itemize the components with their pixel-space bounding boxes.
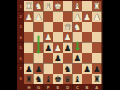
- piece-bP-b7[interactable]: ♟: [83, 63, 91, 73]
- square-h2[interactable]: ♟: [24, 11, 34, 21]
- square-h4[interactable]: [24, 32, 34, 42]
- file-label-d: D: [63, 84, 73, 90]
- engine-arrow-c5-head: [75, 48, 80, 51]
- square-a8[interactable]: ♜: [92, 74, 102, 84]
- piece-wP-c2[interactable]: ♟: [74, 11, 82, 21]
- square-g1[interactable]: ♞: [34, 1, 44, 11]
- square-d4[interactable]: ♟: [63, 32, 73, 42]
- rank-label-5: 5: [17, 43, 24, 53]
- file-label-h: H: [24, 84, 34, 90]
- square-h1[interactable]: ♜: [24, 1, 34, 11]
- square-f8[interactable]: ♝: [43, 74, 53, 84]
- square-b4[interactable]: [82, 32, 92, 42]
- piece-wP-f4[interactable]: ♟: [44, 32, 52, 42]
- square-h3[interactable]: [24, 22, 34, 32]
- square-c8[interactable]: ♝: [72, 74, 82, 84]
- piece-bK-e8[interactable]: ♚: [54, 74, 62, 84]
- rank-label-8: 8: [17, 74, 24, 84]
- square-b5[interactable]: [82, 43, 92, 53]
- square-d6[interactable]: [63, 53, 73, 63]
- piece-wP-g2[interactable]: ♟: [35, 11, 43, 21]
- chess-board: 1♜♞♝♚♝♜2♟♟♟♟♟3♛♞4♟♟5♟♟♟6♟♟7♟♟♞♟♟8♜♞♝♚♛♝♜…: [17, 0, 103, 90]
- engine-arrow-g-file-head: [36, 51, 41, 54]
- piece-bN-d7[interactable]: ♞: [64, 63, 72, 73]
- piece-bP-d5[interactable]: ♟: [64, 43, 72, 53]
- square-e7[interactable]: [53, 63, 63, 73]
- piece-wK-e1[interactable]: ♚: [54, 1, 62, 11]
- square-e5[interactable]: ♟: [53, 43, 63, 53]
- rank-label-7: 7: [17, 63, 24, 73]
- piece-bB-f8[interactable]: ♝: [44, 74, 52, 84]
- piece-wR-h1[interactable]: ♜: [25, 1, 33, 11]
- engine-arrow-g-file: [38, 35, 40, 51]
- square-f7[interactable]: [43, 63, 53, 73]
- square-g6[interactable]: [34, 53, 44, 63]
- square-e2[interactable]: [53, 11, 63, 21]
- rank-label-1: 1: [17, 1, 24, 11]
- file-label-b: B: [82, 84, 92, 90]
- square-h6[interactable]: [24, 53, 34, 63]
- piece-wB-c1[interactable]: ♝: [74, 1, 82, 11]
- square-d1[interactable]: [63, 1, 73, 11]
- square-f1[interactable]: ♝: [43, 1, 53, 11]
- chess-app-background: 1♜♞♝♚♝♜2♟♟♟♟♟3♛♞4♟♟5♟♟♟6♟♟7♟♟♞♟♟8♜♞♝♚♛♝♜…: [0, 0, 120, 90]
- square-c6[interactable]: ♟: [72, 53, 82, 63]
- file-label-g: G: [34, 84, 44, 90]
- square-d7[interactable]: ♞: [63, 63, 73, 73]
- square-b2[interactable]: ♟: [82, 11, 92, 21]
- square-e6[interactable]: ♟: [53, 53, 63, 63]
- square-b3[interactable]: [82, 22, 92, 32]
- square-e4[interactable]: [53, 32, 63, 42]
- piece-wP-h2[interactable]: ♟: [25, 11, 33, 21]
- square-e3[interactable]: [53, 22, 63, 32]
- file-label-a: A: [92, 84, 102, 90]
- square-d3[interactable]: ♛: [63, 22, 73, 32]
- square-e1[interactable]: ♚: [53, 1, 63, 11]
- piece-wP-e5[interactable]: ♟: [54, 43, 62, 53]
- square-b1[interactable]: [82, 1, 92, 11]
- rank-label-2: 2: [17, 11, 24, 21]
- piece-bP-e6[interactable]: ♟: [54, 53, 62, 63]
- square-f2[interactable]: [43, 11, 53, 21]
- square-f4[interactable]: ♟: [43, 32, 53, 42]
- piece-bN-g8[interactable]: ♞: [35, 74, 43, 84]
- file-label-c: C: [72, 84, 82, 90]
- piece-wB-f1[interactable]: ♝: [44, 1, 52, 11]
- square-f6[interactable]: [43, 53, 53, 63]
- piece-wR-a1[interactable]: ♜: [93, 1, 101, 11]
- rank-label-3: 3: [17, 22, 24, 32]
- file-label-f: F: [43, 84, 53, 90]
- square-d5[interactable]: ♟: [63, 43, 73, 53]
- square-c7[interactable]: [72, 63, 82, 73]
- piece-bP-h7[interactable]: ♟: [25, 63, 33, 73]
- piece-bQ-d8[interactable]: ♛: [64, 74, 72, 84]
- piece-wN-c3[interactable]: ♞: [74, 22, 82, 32]
- piece-bB-c8[interactable]: ♝: [74, 74, 82, 84]
- piece-wP-d4[interactable]: ♟: [64, 32, 72, 42]
- square-g3[interactable]: [34, 22, 44, 32]
- square-h5[interactable]: [24, 43, 34, 53]
- square-h7[interactable]: ♟: [24, 63, 34, 73]
- piece-wP-a2[interactable]: ♟: [93, 11, 101, 21]
- square-c1[interactable]: ♝: [72, 1, 82, 11]
- rank-label-4: 4: [17, 32, 24, 42]
- piece-bP-g7[interactable]: ♟: [35, 63, 43, 73]
- square-f5[interactable]: ♟: [43, 43, 53, 53]
- square-a6[interactable]: [92, 53, 102, 63]
- square-a1[interactable]: ♜: [92, 1, 102, 11]
- square-b7[interactable]: ♟: [82, 63, 92, 73]
- square-d2[interactable]: [63, 11, 73, 21]
- rank-label-6: 6: [17, 53, 24, 63]
- square-h8[interactable]: ♜: [24, 74, 34, 84]
- piece-bP-f5[interactable]: ♟: [44, 43, 52, 53]
- file-label-e: E: [53, 84, 63, 90]
- piece-wN-g1[interactable]: ♞: [35, 1, 43, 11]
- square-g2[interactable]: ♟: [34, 11, 44, 21]
- square-a4[interactable]: [92, 32, 102, 42]
- piece-wP-b2[interactable]: ♟: [83, 11, 91, 21]
- square-a5[interactable]: [92, 43, 102, 53]
- piece-bR-a8[interactable]: ♜: [93, 74, 101, 84]
- square-d8[interactable]: ♛: [63, 74, 73, 84]
- piece-wQ-d3[interactable]: ♛: [64, 22, 72, 32]
- piece-bP-a7[interactable]: ♟: [93, 63, 101, 73]
- square-g8[interactable]: ♞: [34, 74, 44, 84]
- square-c2[interactable]: ♟: [72, 11, 82, 21]
- board-grid: 1♜♞♝♚♝♜2♟♟♟♟♟3♛♞4♟♟5♟♟♟6♟♟7♟♟♞♟♟8♜♞♝♚♛♝♜…: [17, 0, 103, 90]
- square-b6[interactable]: [82, 53, 92, 63]
- square-a3[interactable]: [92, 22, 102, 32]
- piece-bR-h8[interactable]: ♜: [25, 74, 33, 84]
- board-frame-corner: [17, 84, 24, 90]
- square-b8[interactable]: [82, 74, 92, 84]
- square-c3[interactable]: ♞: [72, 22, 82, 32]
- square-e8[interactable]: ♚: [53, 74, 63, 84]
- square-a2[interactable]: ♟: [92, 11, 102, 21]
- square-a7[interactable]: ♟: [92, 63, 102, 73]
- piece-bP-c6[interactable]: ♟: [74, 53, 82, 63]
- square-f3[interactable]: [43, 22, 53, 32]
- square-g7[interactable]: ♟: [34, 63, 44, 73]
